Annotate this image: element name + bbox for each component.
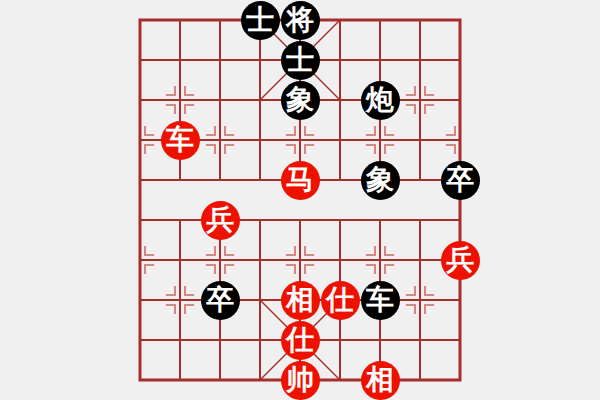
piece-black-cannon[interactable]: 炮 xyxy=(361,81,400,120)
piece-red-elephant-2[interactable]: 相 xyxy=(361,361,400,400)
piece-red-advisor-2[interactable]: 仕 xyxy=(281,321,320,360)
piece-black-general[interactable]: 将 xyxy=(281,1,320,40)
piece-black-soldier-2[interactable]: 卒 xyxy=(201,281,240,320)
piece-red-advisor-1[interactable]: 仕 xyxy=(321,281,360,320)
piece-black-chariot[interactable]: 车 xyxy=(361,281,400,320)
xiangqi-board[interactable]: 士将士象炮车马象卒兵兵卒相仕车仕帅相 xyxy=(120,0,480,400)
piece-black-elephant-2[interactable]: 象 xyxy=(361,161,400,200)
piece-red-general[interactable]: 帅 xyxy=(281,361,320,400)
piece-red-elephant-1[interactable]: 相 xyxy=(281,281,320,320)
piece-black-elephant-1[interactable]: 象 xyxy=(281,81,320,120)
xiangqi-app-screen: 士将士象炮车马象卒兵兵卒相仕车仕帅相 xyxy=(0,0,600,400)
piece-black-soldier-1[interactable]: 卒 xyxy=(441,161,480,200)
piece-red-horse[interactable]: 马 xyxy=(281,161,320,200)
piece-black-advisor-2[interactable]: 士 xyxy=(281,41,320,80)
piece-red-soldier-1[interactable]: 兵 xyxy=(201,201,240,240)
piece-red-chariot[interactable]: 车 xyxy=(161,121,200,160)
piece-black-advisor-1[interactable]: 士 xyxy=(241,1,280,40)
piece-red-soldier-2[interactable]: 兵 xyxy=(441,241,480,280)
